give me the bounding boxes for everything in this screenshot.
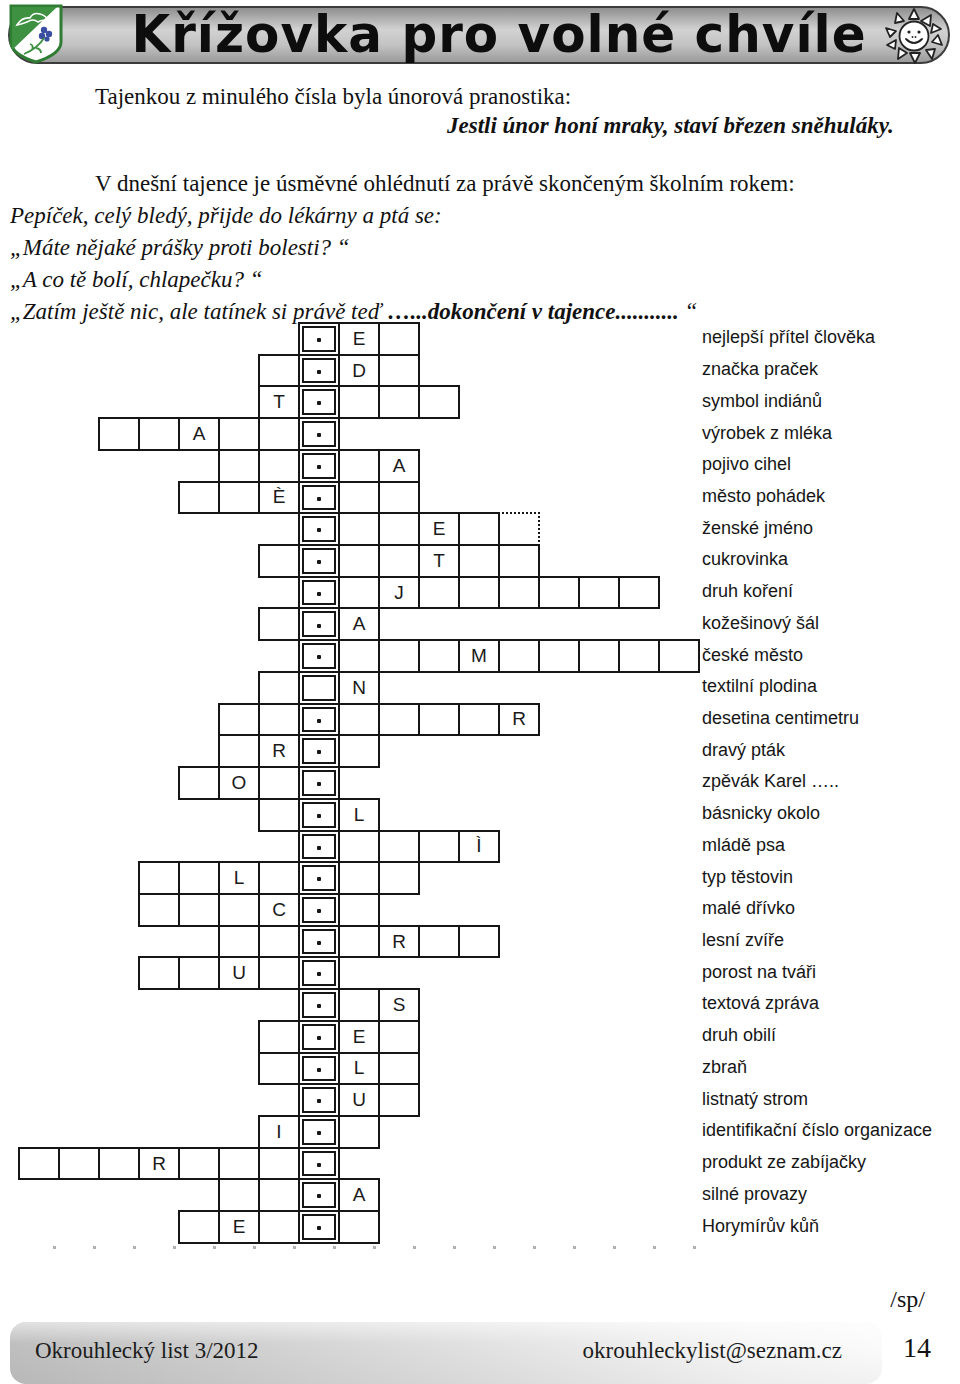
tajenka-cell[interactable] <box>298 956 340 990</box>
grid-cell[interactable]: T <box>418 544 460 578</box>
grid-cell[interactable] <box>378 481 420 515</box>
grid-cell[interactable] <box>618 576 660 610</box>
grid-cell[interactable] <box>498 512 540 546</box>
clue-row-16: básnicky okolo <box>702 798 820 830</box>
clue-row-10: kožešinový šál <box>702 607 819 639</box>
tajenka-cell[interactable] <box>298 988 340 1022</box>
grid-cell[interactable]: È <box>258 481 300 515</box>
grid-cell[interactable] <box>178 893 220 927</box>
clue-row-15: zpěvák Karel ….. <box>702 766 839 798</box>
grid-cell[interactable] <box>218 417 260 451</box>
grid-cell[interactable] <box>258 671 300 705</box>
clue-row-20: lesní zvíře <box>702 925 784 957</box>
grid-cell[interactable]: U <box>338 1083 380 1117</box>
tajenka-dot <box>317 1036 321 1040</box>
grid-cell[interactable]: L <box>338 798 380 832</box>
baseline-dot <box>453 1246 456 1249</box>
clue-row-4: výrobek z mléka <box>702 417 832 449</box>
grid-cell[interactable] <box>178 956 220 990</box>
tajenka-cell[interactable] <box>298 1052 340 1086</box>
clue-row-14: dravý pták <box>702 734 785 766</box>
clue-row-21: porost na tváři <box>702 956 816 988</box>
grid-cell[interactable] <box>98 1147 140 1181</box>
grid-cell[interactable] <box>258 607 300 641</box>
grid-cell[interactable]: E <box>338 322 380 356</box>
baseline-dot <box>613 1246 616 1249</box>
grid-cell[interactable] <box>138 861 180 895</box>
grid-cell[interactable] <box>218 734 260 768</box>
clue-row-7: ženské jméno <box>702 512 813 544</box>
grid-cell[interactable] <box>498 576 540 610</box>
clue-row-26: identifikační číslo organizace <box>702 1115 932 1147</box>
grid-cell[interactable] <box>418 703 460 737</box>
tajenka-dot <box>317 1163 321 1167</box>
tajenka-dot <box>317 941 321 945</box>
baseline-dot <box>173 1246 176 1249</box>
grid-cell[interactable] <box>338 734 380 768</box>
tajenka-cell[interactable] <box>298 1083 340 1117</box>
grid-cell[interactable] <box>378 385 420 419</box>
grid-cell[interactable] <box>258 1147 300 1181</box>
tajenka-dot <box>317 338 321 342</box>
grid-cell[interactable]: R <box>378 925 420 959</box>
baseline-dot <box>213 1246 216 1249</box>
baseline-dot <box>373 1246 376 1249</box>
tajenka-dot <box>317 528 321 532</box>
clue-row-23: druh obilí <box>702 1020 776 1052</box>
grid-cell[interactable]: A <box>378 449 420 483</box>
grid-cell[interactable] <box>178 481 220 515</box>
grid-cell[interactable] <box>378 354 420 388</box>
tajenka-dot <box>317 433 321 437</box>
crossword-grid: Enejlepší přítel člověkaDznačka pračekTs… <box>0 0 960 1384</box>
grid-cell[interactable]: S <box>378 988 420 1022</box>
clue-row-13: desetina centimetru <box>702 703 859 735</box>
grid-cell[interactable]: Ì <box>458 830 500 864</box>
grid-cell[interactable] <box>258 1178 300 1212</box>
tajenka-cell[interactable] <box>298 925 340 959</box>
tajenka-cell[interactable] <box>298 1115 340 1149</box>
tajenka-dot <box>317 972 321 976</box>
grid-cell[interactable] <box>378 544 420 578</box>
clue-row-29: Horymírův kůň <box>702 1210 819 1242</box>
footer-issue: Okrouhlecký list 3/2012 <box>35 1338 259 1364</box>
baseline-dot <box>693 1246 696 1249</box>
grid-cell[interactable]: M <box>458 639 500 673</box>
grid-cell[interactable] <box>218 893 260 927</box>
grid-cell[interactable]: N <box>338 671 380 705</box>
tajenka-cell[interactable] <box>298 766 340 800</box>
tajenka-dot <box>317 1099 321 1103</box>
tajenka-cell[interactable] <box>298 1020 340 1054</box>
baseline-dot <box>53 1246 56 1249</box>
tajenka-dot <box>317 909 321 913</box>
tajenka-dot <box>317 1131 321 1135</box>
grid-cell[interactable] <box>418 385 460 419</box>
tajenka-cell[interactable] <box>298 893 340 927</box>
tajenka-dot <box>317 592 321 596</box>
tajenka-cell[interactable] <box>298 671 340 705</box>
tajenka-cell[interactable] <box>298 1178 340 1212</box>
clue-row-8: cukrovinka <box>702 544 788 576</box>
grid-cell[interactable] <box>378 639 420 673</box>
grid-cell[interactable] <box>458 576 500 610</box>
grid-cell[interactable] <box>218 449 260 483</box>
grid-cell[interactable] <box>258 1052 300 1086</box>
grid-cell[interactable] <box>178 861 220 895</box>
grid-cell[interactable] <box>338 925 380 959</box>
grid-cell[interactable] <box>338 830 380 864</box>
grid-cell[interactable] <box>458 925 500 959</box>
grid-cell[interactable] <box>258 703 300 737</box>
grid-cell[interactable] <box>338 449 380 483</box>
grid-cell[interactable] <box>458 512 500 546</box>
clue-row-22: textová zpráva <box>702 988 819 1020</box>
grid-cell[interactable] <box>258 925 300 959</box>
tajenka-cell[interactable] <box>298 544 340 578</box>
grid-cell[interactable]: R <box>258 734 300 768</box>
tajenka-cell[interactable] <box>298 481 340 515</box>
grid-cell[interactable] <box>458 703 500 737</box>
tajenka-cell[interactable] <box>298 449 340 483</box>
grid-cell[interactable] <box>338 703 380 737</box>
grid-cell[interactable]: I <box>258 1115 300 1149</box>
grid-cell[interactable]: T <box>258 385 300 419</box>
grid-cell[interactable] <box>178 766 220 800</box>
page-number: 14 <box>903 1332 931 1364</box>
grid-cell[interactable]: A <box>178 417 220 451</box>
grid-cell[interactable] <box>418 639 460 673</box>
grid-cell[interactable] <box>338 385 380 419</box>
grid-cell[interactable]: A <box>338 607 380 641</box>
grid-cell[interactable] <box>378 322 420 356</box>
grid-cell[interactable] <box>218 1147 260 1181</box>
grid-cell[interactable] <box>338 1210 380 1244</box>
grid-cell[interactable]: J <box>378 576 420 610</box>
tajenka-cell[interactable] <box>298 830 340 864</box>
baseline-dot <box>93 1246 96 1249</box>
grid-cell[interactable] <box>258 449 300 483</box>
grid-cell[interactable] <box>378 830 420 864</box>
grid-cell[interactable] <box>338 512 380 546</box>
grid-cell[interactable]: O <box>218 766 260 800</box>
tajenka-cell[interactable] <box>298 385 340 419</box>
baseline-dot <box>413 1246 416 1249</box>
page: { "game": "crossword", "header": { "titl… <box>0 0 960 1384</box>
grid-cell[interactable] <box>258 544 300 578</box>
tajenka-cell[interactable] <box>298 861 340 895</box>
grid-cell[interactable] <box>338 481 380 515</box>
clue-row-24: zbraň <box>702 1052 747 1084</box>
grid-cell[interactable] <box>258 766 300 800</box>
grid-cell[interactable] <box>378 512 420 546</box>
grid-cell[interactable]: D <box>338 354 380 388</box>
footer-email: okrouhleckylist@seznam.cz <box>583 1338 842 1364</box>
baseline-dot <box>533 1246 536 1249</box>
author-signature: /sp/ <box>890 1286 925 1313</box>
tajenka-dot <box>317 1004 321 1008</box>
grid-cell[interactable] <box>138 893 180 927</box>
grid-cell[interactable] <box>378 703 420 737</box>
footer-bar: Okrouhlecký list 3/2012 okrouhleckylist@… <box>10 1322 882 1384</box>
grid-cell[interactable] <box>578 639 620 673</box>
grid-cell[interactable] <box>338 988 380 1022</box>
tajenka-dot <box>317 1068 321 1072</box>
tajenka-cell[interactable] <box>298 576 340 610</box>
grid-cell[interactable] <box>338 893 380 927</box>
tajenka-cell[interactable] <box>298 417 340 451</box>
grid-cell[interactable] <box>378 861 420 895</box>
tajenka-dot <box>317 370 321 374</box>
grid-cell[interactable]: R <box>138 1147 180 1181</box>
grid-cell[interactable]: E <box>418 512 460 546</box>
clue-row-27: produkt ze zabíjačky <box>702 1147 866 1179</box>
tajenka-dot <box>317 814 321 818</box>
grid-cell[interactable]: A <box>338 1178 380 1212</box>
grid-cell[interactable] <box>218 703 260 737</box>
clue-row-2: značka praček <box>702 354 818 386</box>
tajenka-cell[interactable] <box>298 607 340 641</box>
tajenka-dot <box>317 846 321 850</box>
clue-row-12: textilní plodina <box>702 671 817 703</box>
tajenka-dot <box>317 750 321 754</box>
tajenka-cell[interactable] <box>298 703 340 737</box>
grid-cell[interactable] <box>578 576 620 610</box>
tajenka-cell[interactable] <box>298 798 340 832</box>
tajenka-dot <box>317 560 321 564</box>
clue-row-5: pojivo cihel <box>702 449 791 481</box>
grid-cell[interactable] <box>98 417 140 451</box>
clue-row-3: symbol indiánů <box>702 385 822 417</box>
grid-cell[interactable] <box>218 481 260 515</box>
grid-cell[interactable] <box>18 1147 60 1181</box>
grid-cell[interactable] <box>458 544 500 578</box>
clue-row-1: nejlepší přítel člověka <box>702 322 875 354</box>
grid-cell[interactable] <box>178 1210 220 1244</box>
grid-cell[interactable] <box>338 544 380 578</box>
grid-cell[interactable] <box>378 1083 420 1117</box>
grid-cell[interactable] <box>138 417 180 451</box>
grid-cell[interactable]: L <box>218 861 260 895</box>
clue-row-11: české město <box>702 639 803 671</box>
tajenka-dot <box>317 1226 321 1230</box>
clue-row-17: mládě psa <box>702 830 785 862</box>
grid-cell[interactable]: R <box>498 703 540 737</box>
clue-row-19: malé dřívko <box>702 893 795 925</box>
grid-cell[interactable]: E <box>338 1020 380 1054</box>
tajenka-dot <box>317 624 321 628</box>
clue-row-28: silné provazy <box>702 1178 807 1210</box>
tajenka-dot <box>317 782 321 786</box>
grid-cell[interactable] <box>418 576 460 610</box>
grid-cell[interactable] <box>58 1147 100 1181</box>
baseline-dot <box>333 1246 336 1249</box>
grid-cell[interactable] <box>498 544 540 578</box>
grid-cell[interactable]: L <box>338 1052 380 1086</box>
grid-cell[interactable] <box>338 576 380 610</box>
clue-row-6: město pohádek <box>702 481 825 513</box>
grid-cell[interactable] <box>258 354 300 388</box>
grid-cell[interactable] <box>258 861 300 895</box>
grid-cell[interactable] <box>258 798 300 832</box>
tajenka-cell[interactable] <box>298 512 340 546</box>
clue-row-25: listnatý strom <box>702 1083 808 1115</box>
grid-cell[interactable]: E <box>218 1210 260 1244</box>
baseline-dot <box>133 1246 136 1249</box>
tajenka-cell[interactable] <box>298 354 340 388</box>
tajenka-dot <box>317 497 321 501</box>
baseline-dot <box>653 1246 656 1249</box>
grid-cell[interactable] <box>338 861 380 895</box>
grid-cell[interactable] <box>218 1178 260 1212</box>
grid-cell[interactable] <box>538 639 580 673</box>
grid-cell[interactable] <box>618 639 660 673</box>
tajenka-cell[interactable] <box>298 1147 340 1181</box>
grid-cell[interactable] <box>418 830 460 864</box>
grid-cell[interactable]: C <box>258 893 300 927</box>
tajenka-dot <box>317 1194 321 1198</box>
baseline-dot <box>293 1246 296 1249</box>
tajenka-cell[interactable] <box>298 322 340 356</box>
grid-cell[interactable]: U <box>218 956 260 990</box>
grid-cell[interactable] <box>378 1052 420 1086</box>
grid-cell[interactable] <box>658 639 700 673</box>
grid-cell[interactable] <box>378 1020 420 1054</box>
grid-cell[interactable] <box>218 925 260 959</box>
clue-row-18: typ těstovin <box>702 861 793 893</box>
baseline-dot <box>253 1246 256 1249</box>
tajenka-cell[interactable] <box>298 639 340 673</box>
grid-cell[interactable] <box>138 956 180 990</box>
tajenka-dot <box>317 465 321 469</box>
tajenka-dot <box>317 719 321 723</box>
baseline-dot <box>493 1246 496 1249</box>
tajenka-cell[interactable] <box>298 734 340 768</box>
clue-row-9: druh koření <box>702 576 793 608</box>
tajenka-dot <box>317 401 321 405</box>
tajenka-dot <box>317 877 321 881</box>
baseline-dot <box>573 1246 576 1249</box>
grid-cell[interactable] <box>538 576 580 610</box>
grid-cell[interactable] <box>418 925 460 959</box>
grid-cell[interactable] <box>498 639 540 673</box>
grid-cell[interactable] <box>258 417 300 451</box>
grid-cell[interactable] <box>258 956 300 990</box>
grid-cell[interactable] <box>338 1115 380 1149</box>
grid-cell[interactable] <box>338 639 380 673</box>
grid-cell[interactable] <box>178 1147 220 1181</box>
tajenka-cell[interactable] <box>298 1210 340 1244</box>
grid-cell[interactable] <box>258 1210 300 1244</box>
grid-cell[interactable] <box>258 1020 300 1054</box>
tajenka-dot <box>317 655 321 659</box>
